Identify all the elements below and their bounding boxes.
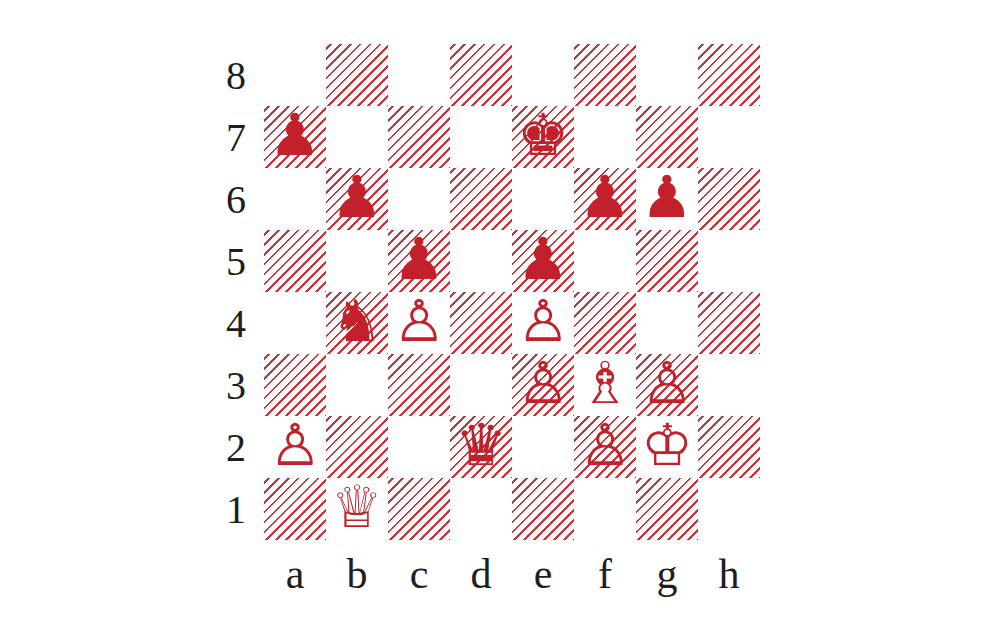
square-f5[interactable] [574,230,636,292]
square-d8[interactable] [450,44,512,106]
file-label-h: h [698,548,760,600]
square-c2[interactable] [388,416,450,478]
rank-label-3: 3 [178,354,246,416]
square-d5[interactable] [450,230,512,292]
square-b6[interactable]: ♟ [326,168,388,230]
square-b3[interactable] [326,354,388,416]
square-e8[interactable] [512,44,574,106]
rank-labels: 87654321 [178,44,246,540]
square-c5[interactable]: ♟ [388,230,450,292]
square-f3[interactable]: ♗ [574,354,636,416]
white-king-g2: ♔ [641,414,693,476]
square-b7[interactable] [326,106,388,168]
rank-label-7: 7 [178,106,246,168]
square-g3[interactable]: ♙ [636,354,698,416]
file-label-e: e [512,548,574,600]
white-bishop-f3: ♗ [579,352,631,414]
square-d1[interactable] [450,478,512,540]
square-a6[interactable] [264,168,326,230]
black-queen-d2: ♛ [455,414,507,476]
square-e4[interactable]: ♙ [512,292,574,354]
square-a1[interactable] [264,478,326,540]
file-label-c: c [388,548,450,600]
file-label-f: f [574,548,636,600]
white-pawn-e4: ♙ [517,290,569,352]
black-pawn-b6: ♟ [331,166,383,228]
black-pawn-c5: ♟ [393,228,445,290]
square-c6[interactable] [388,168,450,230]
square-g2[interactable]: ♔ [636,416,698,478]
chess-diagram: 87654321 ♟♚♟♟♟♟♟♞♙♙♙♗♙♙♛♙♔♕ abcdefgh [0,0,1000,642]
square-h1[interactable] [698,478,760,540]
square-e1[interactable] [512,478,574,540]
black-pawn-e5: ♟ [517,228,569,290]
square-g8[interactable] [636,44,698,106]
square-g6[interactable]: ♟ [636,168,698,230]
white-pawn-e3: ♙ [517,352,569,414]
square-f8[interactable] [574,44,636,106]
square-b4[interactable]: ♞ [326,292,388,354]
square-a2[interactable]: ♙ [264,416,326,478]
rank-label-5: 5 [178,230,246,292]
square-c3[interactable] [388,354,450,416]
square-h3[interactable] [698,354,760,416]
square-d2[interactable]: ♛ [450,416,512,478]
rank-label-6: 6 [178,168,246,230]
file-label-a: a [264,548,326,600]
square-h2[interactable] [698,416,760,478]
square-a7[interactable]: ♟ [264,106,326,168]
square-a4[interactable] [264,292,326,354]
rank-label-1: 1 [178,478,246,540]
square-c8[interactable] [388,44,450,106]
square-e5[interactable]: ♟ [512,230,574,292]
square-g4[interactable] [636,292,698,354]
white-pawn-c4: ♙ [393,290,445,352]
square-f1[interactable] [574,478,636,540]
square-e2[interactable] [512,416,574,478]
square-a8[interactable] [264,44,326,106]
square-d7[interactable] [450,106,512,168]
square-c4[interactable]: ♙ [388,292,450,354]
square-h7[interactable] [698,106,760,168]
file-label-g: g [636,548,698,600]
black-pawn-a7: ♟ [269,104,321,166]
rank-label-8: 8 [178,44,246,106]
square-d4[interactable] [450,292,512,354]
square-b5[interactable] [326,230,388,292]
file-label-d: d [450,548,512,600]
black-pawn-f6: ♟ [579,166,631,228]
square-e3[interactable]: ♙ [512,354,574,416]
white-queen-b1: ♕ [331,476,383,538]
rank-label-2: 2 [178,416,246,478]
square-c7[interactable] [388,106,450,168]
square-e7[interactable]: ♚ [512,106,574,168]
square-d6[interactable] [450,168,512,230]
black-king-e7: ♚ [517,104,569,166]
white-pawn-g3: ♙ [641,352,693,414]
square-b2[interactable] [326,416,388,478]
square-b8[interactable] [326,44,388,106]
square-g5[interactable] [636,230,698,292]
black-pawn-g6: ♟ [641,166,693,228]
file-labels: abcdefgh [264,548,760,600]
square-h6[interactable] [698,168,760,230]
white-pawn-a2: ♙ [269,414,321,476]
square-d3[interactable] [450,354,512,416]
square-g1[interactable] [636,478,698,540]
square-f6[interactable]: ♟ [574,168,636,230]
chess-board: ♟♚♟♟♟♟♟♞♙♙♙♗♙♙♛♙♔♕ [264,44,760,540]
square-b1[interactable]: ♕ [326,478,388,540]
square-h8[interactable] [698,44,760,106]
rank-label-4: 4 [178,292,246,354]
square-h5[interactable] [698,230,760,292]
square-a3[interactable] [264,354,326,416]
white-pawn-f2: ♙ [579,414,631,476]
file-label-b: b [326,548,388,600]
square-f4[interactable] [574,292,636,354]
square-h4[interactable] [698,292,760,354]
square-e6[interactable] [512,168,574,230]
square-a5[interactable] [264,230,326,292]
square-g7[interactable] [636,106,698,168]
square-c1[interactable] [388,478,450,540]
square-f2[interactable]: ♙ [574,416,636,478]
square-f7[interactable] [574,106,636,168]
black-knight-b4: ♞ [331,290,383,352]
